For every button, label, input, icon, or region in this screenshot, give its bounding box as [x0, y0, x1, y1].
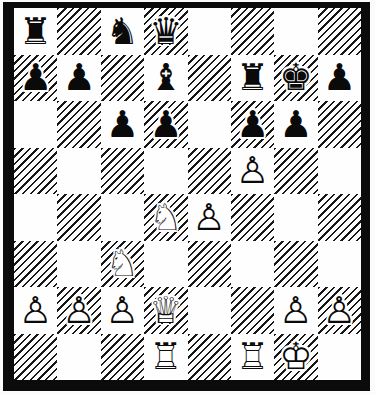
square-e2[interactable]: [188, 287, 231, 334]
square-h5[interactable]: [318, 148, 361, 195]
square-g6[interactable]: ♟: [274, 101, 317, 148]
white-queen-d2[interactable]: ♛♕: [144, 287, 187, 334]
white-pawn-outline: ♙: [14, 287, 57, 334]
square-e6[interactable]: [188, 101, 231, 148]
black-king-g7[interactable]: ♚: [274, 55, 317, 102]
white-pawn-g2[interactable]: ♟♙: [274, 287, 317, 334]
square-c7[interactable]: [101, 55, 144, 102]
white-pawn-a2[interactable]: ♟♙: [14, 287, 57, 334]
square-g1[interactable]: ♚♔: [274, 334, 317, 381]
square-a1[interactable]: [14, 334, 57, 381]
white-pawn-outline: ♙: [231, 148, 274, 195]
black-pawn-c6[interactable]: ♟: [101, 101, 144, 148]
square-g8[interactable]: [274, 8, 317, 55]
square-e4[interactable]: ♟♙: [188, 194, 231, 241]
black-pawn-glyph: ♟: [144, 101, 187, 148]
square-d3[interactable]: [144, 241, 187, 288]
black-rook-f7[interactable]: ♜: [231, 55, 274, 102]
white-knight-c3[interactable]: ♞♘: [101, 241, 144, 288]
square-a8[interactable]: ♜: [14, 8, 57, 55]
white-pawn-outline: ♙: [188, 194, 231, 241]
square-e3[interactable]: [188, 241, 231, 288]
square-e5[interactable]: [188, 148, 231, 195]
black-queen-glyph: ♛: [144, 8, 187, 55]
square-f5[interactable]: ♟♙: [231, 148, 274, 195]
square-h2[interactable]: ♟♙: [318, 287, 361, 334]
square-a3[interactable]: [14, 241, 57, 288]
square-f1[interactable]: ♜♖: [231, 334, 274, 381]
square-b1[interactable]: [57, 334, 100, 381]
black-rook-a8[interactable]: ♜: [14, 8, 57, 55]
white-pawn-f5[interactable]: ♟♙: [231, 148, 274, 195]
black-pawn-glyph: ♟: [101, 101, 144, 148]
square-f8[interactable]: [231, 8, 274, 55]
white-rook-outline: ♖: [144, 334, 187, 381]
square-f4[interactable]: [231, 194, 274, 241]
black-knight-glyph: ♞: [101, 8, 144, 55]
square-b6[interactable]: [57, 101, 100, 148]
square-a7[interactable]: ♟: [14, 55, 57, 102]
square-b5[interactable]: [57, 148, 100, 195]
square-f6[interactable]: ♟: [231, 101, 274, 148]
square-h7[interactable]: ♟: [318, 55, 361, 102]
black-pawn-glyph: ♟: [57, 55, 100, 102]
square-d6[interactable]: ♟: [144, 101, 187, 148]
square-b3[interactable]: [57, 241, 100, 288]
black-bishop-d7[interactable]: ♝: [144, 55, 187, 102]
square-e1[interactable]: [188, 334, 231, 381]
black-pawn-h7[interactable]: ♟: [318, 55, 361, 102]
square-d1[interactable]: ♜♖: [144, 334, 187, 381]
square-h3[interactable]: [318, 241, 361, 288]
square-d8[interactable]: ♛: [144, 8, 187, 55]
square-e7[interactable]: [188, 55, 231, 102]
white-rook-d1[interactable]: ♜♖: [144, 334, 187, 381]
square-g3[interactable]: [274, 241, 317, 288]
board-frame: ♜♞♛♟♟♝♜♚♟♟♟♟♟♟♙♞♘♟♙♞♘♟♙♟♙♟♙♛♕♟♙♟♙♜♖♜♖♚♔: [3, 2, 370, 391]
black-pawn-glyph: ♟: [14, 55, 57, 102]
square-f2[interactable]: [231, 287, 274, 334]
square-h1[interactable]: [318, 334, 361, 381]
square-g5[interactable]: [274, 148, 317, 195]
black-pawn-f6[interactable]: ♟: [231, 101, 274, 148]
black-rook-glyph: ♜: [14, 8, 57, 55]
white-knight-d4[interactable]: ♞♘: [144, 194, 187, 241]
white-pawn-outline: ♙: [318, 287, 361, 334]
square-h4[interactable]: [318, 194, 361, 241]
black-pawn-glyph: ♟: [231, 101, 274, 148]
white-pawn-h2[interactable]: ♟♙: [318, 287, 361, 334]
square-c5[interactable]: [101, 148, 144, 195]
square-b2[interactable]: ♟♙: [57, 287, 100, 334]
square-e8[interactable]: [188, 8, 231, 55]
square-a4[interactable]: [14, 194, 57, 241]
square-b7[interactable]: ♟: [57, 55, 100, 102]
black-pawn-b7[interactable]: ♟: [57, 55, 100, 102]
black-king-glyph: ♚: [274, 55, 317, 102]
square-g2[interactable]: ♟♙: [274, 287, 317, 334]
square-h8[interactable]: [318, 8, 361, 55]
white-rook-f1[interactable]: ♜♖: [231, 334, 274, 381]
chess-board: ♜♞♛♟♟♝♜♚♟♟♟♟♟♟♙♞♘♟♙♞♘♟♙♟♙♟♙♛♕♟♙♟♙♜♖♜♖♚♔: [14, 8, 361, 380]
black-pawn-a7[interactable]: ♟: [14, 55, 57, 102]
square-b8[interactable]: [57, 8, 100, 55]
white-pawn-b2[interactable]: ♟♙: [57, 287, 100, 334]
black-pawn-d6[interactable]: ♟: [144, 101, 187, 148]
square-a5[interactable]: [14, 148, 57, 195]
square-g4[interactable]: [274, 194, 317, 241]
black-knight-c8[interactable]: ♞: [101, 8, 144, 55]
white-queen-outline: ♕: [144, 287, 187, 334]
black-queen-d8[interactable]: ♛: [144, 8, 187, 55]
square-c2[interactable]: ♟♙: [101, 287, 144, 334]
white-king-outline: ♔: [274, 334, 317, 381]
white-rook-outline: ♖: [231, 334, 274, 381]
black-pawn-glyph: ♟: [318, 55, 361, 102]
square-c3[interactable]: ♞♘: [101, 241, 144, 288]
square-h6[interactable]: [318, 101, 361, 148]
square-g7[interactable]: ♚: [274, 55, 317, 102]
square-d2[interactable]: ♛♕: [144, 287, 187, 334]
square-d4[interactable]: ♞♘: [144, 194, 187, 241]
black-pawn-glyph: ♟: [274, 101, 317, 148]
white-pawn-c2[interactable]: ♟♙: [101, 287, 144, 334]
white-king-g1[interactable]: ♚♔: [274, 334, 317, 381]
white-pawn-outline: ♙: [274, 287, 317, 334]
white-knight-outline: ♘: [144, 194, 187, 241]
square-f3[interactable]: [231, 241, 274, 288]
square-d5[interactable]: [144, 148, 187, 195]
square-c8[interactable]: ♞: [101, 8, 144, 55]
chess-diagram: ♜♞♛♟♟♝♜♚♟♟♟♟♟♟♙♞♘♟♙♞♘♟♙♟♙♟♙♛♕♟♙♟♙♜♖♜♖♚♔: [0, 0, 375, 395]
square-c6[interactable]: ♟: [101, 101, 144, 148]
white-pawn-outline: ♙: [57, 287, 100, 334]
white-pawn-outline: ♙: [101, 287, 144, 334]
square-d7[interactable]: ♝: [144, 55, 187, 102]
square-b4[interactable]: [57, 194, 100, 241]
black-bishop-glyph: ♝: [144, 55, 187, 102]
square-a6[interactable]: [14, 101, 57, 148]
square-f7[interactable]: ♜: [231, 55, 274, 102]
black-pawn-g6[interactable]: ♟: [274, 101, 317, 148]
white-pawn-e4[interactable]: ♟♙: [188, 194, 231, 241]
square-c4[interactable]: [101, 194, 144, 241]
white-knight-outline: ♘: [101, 241, 144, 288]
square-c1[interactable]: [101, 334, 144, 381]
square-a2[interactable]: ♟♙: [14, 287, 57, 334]
black-rook-glyph: ♜: [231, 55, 274, 102]
